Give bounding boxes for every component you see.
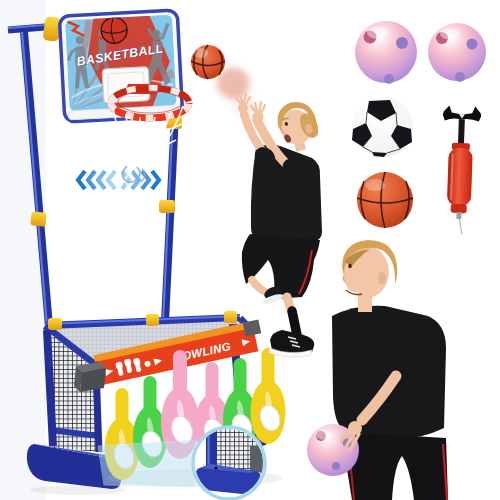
yellow-band-connector [146,314,159,326]
corner-bracket-left [74,362,106,392]
toy-basketball [357,172,413,228]
boy2-shirt [332,306,446,439]
boy1-sock [292,311,297,335]
boy2-ear [378,272,386,285]
pump-nozzle [456,212,461,219]
backboard-ball-logo [100,17,127,44]
yellow-band-connector [48,318,62,330]
product-photo: BASKETBALL [0,0,500,500]
boy2-eye [348,264,352,268]
yellow-band-connector [159,200,175,213]
magnifier-beam [98,440,195,487]
yellow-band-connector [224,311,237,323]
scene-art: BASKETBALL [0,0,500,500]
backboard: BASKETBALL [59,10,182,122]
inset-magnifier [193,427,266,499]
pump-shaft [458,119,465,146]
yellow-band-connector [30,211,46,226]
